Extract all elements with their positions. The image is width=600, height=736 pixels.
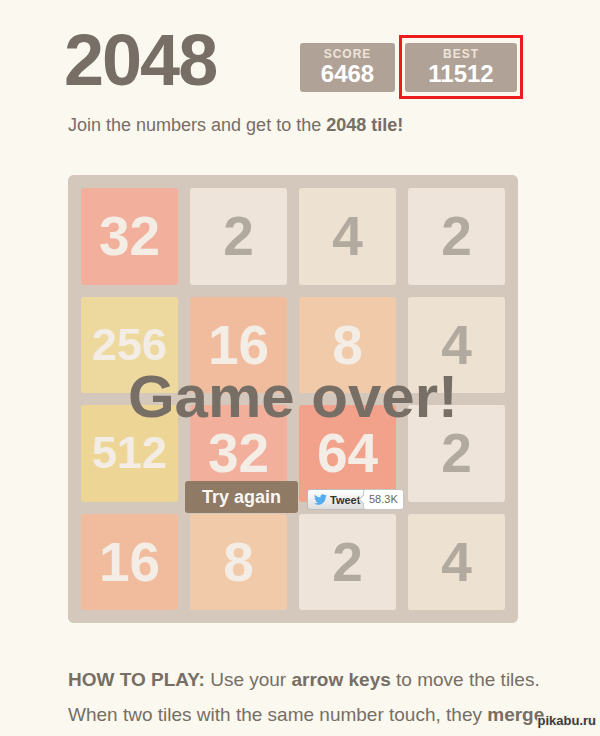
best-value: 11512 — [428, 61, 493, 87]
score-value: 6468 — [321, 61, 374, 87]
twitter-bird-icon — [314, 493, 327, 506]
howto-text-1: Use your — [205, 669, 292, 690]
howto-bold-2: arrow keys — [291, 669, 390, 690]
game-over-message: Game over! — [68, 367, 518, 427]
game-over-overlay: Game over! Try again Tweet 58.3K — [68, 175, 518, 623]
tweet-button-label: Tweet — [330, 494, 360, 506]
score-box: SCORE 6468 — [300, 43, 395, 92]
howto-bold-1: HOW TO PLAY: — [68, 669, 205, 690]
tweet-count[interactable]: 58.3K — [363, 489, 404, 510]
best-score-box: BEST 11512 — [405, 43, 517, 92]
subtitle: Join the numbers and get to the 2048 til… — [68, 113, 403, 137]
subtitle-bold: 2048 tile! — [326, 115, 403, 135]
game-title: 2048 — [64, 24, 216, 96]
watermark: pikabu.ru — [537, 713, 596, 728]
subtitle-normal: Join the numbers and get to the — [68, 115, 326, 135]
page-root: 2048 SCORE 6468 BEST 11512 Join the numb… — [0, 0, 600, 736]
how-to-play-text: HOW TO PLAY: Use your arrow keys to move… — [68, 662, 548, 736]
try-again-button[interactable]: Try again — [185, 481, 298, 513]
